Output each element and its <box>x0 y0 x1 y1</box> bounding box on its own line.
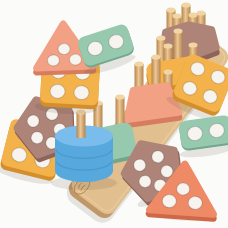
wooden-sorting-stacking-toy-photo <box>0 0 228 228</box>
